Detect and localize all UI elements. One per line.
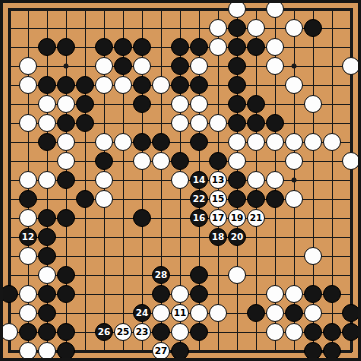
white-stone[interactable] xyxy=(171,114,189,132)
black-stone[interactable] xyxy=(228,114,246,132)
star-point xyxy=(64,64,69,69)
white-stone[interactable] xyxy=(247,171,265,189)
black-stone[interactable] xyxy=(38,285,56,303)
white-stone[interactable] xyxy=(19,171,37,189)
black-stone[interactable] xyxy=(171,152,189,170)
white-stone[interactable] xyxy=(19,247,37,265)
white-stone[interactable] xyxy=(285,76,303,94)
black-stone[interactable] xyxy=(57,76,75,94)
white-stone[interactable] xyxy=(171,323,189,341)
white-stone[interactable]: 27 xyxy=(152,342,170,360)
black-stone[interactable]: 12 xyxy=(19,228,37,246)
black-stone[interactable] xyxy=(342,323,360,341)
white-stone[interactable] xyxy=(38,171,56,189)
white-stone[interactable] xyxy=(38,342,56,360)
black-stone[interactable] xyxy=(228,95,246,113)
white-stone[interactable] xyxy=(114,76,132,94)
move-number-label: 12 xyxy=(22,233,35,242)
grid-line xyxy=(9,256,351,257)
white-stone[interactable] xyxy=(38,114,56,132)
white-stone[interactable]: 23 xyxy=(133,323,151,341)
black-stone[interactable] xyxy=(152,285,170,303)
white-stone[interactable] xyxy=(133,57,151,75)
black-stone[interactable] xyxy=(171,342,189,360)
black-stone[interactable] xyxy=(57,38,75,56)
black-stone[interactable] xyxy=(152,133,170,151)
black-stone[interactable] xyxy=(228,38,246,56)
white-stone[interactable] xyxy=(152,76,170,94)
black-stone[interactable] xyxy=(95,152,113,170)
black-stone[interactable]: 28 xyxy=(152,266,170,284)
white-stone[interactable] xyxy=(152,304,170,322)
white-stone[interactable] xyxy=(304,95,322,113)
white-stone[interactable] xyxy=(285,133,303,151)
white-stone[interactable] xyxy=(266,38,284,56)
move-number-label: 18 xyxy=(212,233,225,242)
black-stone[interactable] xyxy=(133,38,151,56)
black-stone[interactable] xyxy=(95,38,113,56)
black-stone[interactable] xyxy=(38,247,56,265)
white-stone[interactable] xyxy=(38,95,56,113)
white-stone[interactable] xyxy=(304,304,322,322)
white-stone[interactable] xyxy=(266,304,284,322)
white-stone[interactable] xyxy=(285,152,303,170)
black-stone[interactable]: 14 xyxy=(190,171,208,189)
black-stone[interactable] xyxy=(0,285,18,303)
black-stone[interactable] xyxy=(133,133,151,151)
black-stone[interactable] xyxy=(304,342,322,360)
black-stone[interactable] xyxy=(57,323,75,341)
white-stone[interactable] xyxy=(19,342,37,360)
move-number-label: 17 xyxy=(212,214,225,223)
white-stone[interactable] xyxy=(209,19,227,37)
white-stone[interactable] xyxy=(228,133,246,151)
black-stone[interactable] xyxy=(38,38,56,56)
move-number-label: 13 xyxy=(212,176,225,185)
black-stone[interactable] xyxy=(57,266,75,284)
white-stone[interactable] xyxy=(228,152,246,170)
black-stone[interactable] xyxy=(190,38,208,56)
white-stone[interactable] xyxy=(57,152,75,170)
move-number-label: 20 xyxy=(231,233,244,242)
move-number-label: 28 xyxy=(155,271,168,280)
black-stone[interactable] xyxy=(228,76,246,94)
black-stone[interactable] xyxy=(323,323,341,341)
white-stone[interactable] xyxy=(171,171,189,189)
black-stone[interactable] xyxy=(190,266,208,284)
black-stone[interactable] xyxy=(171,38,189,56)
grid-line xyxy=(9,237,351,238)
black-stone[interactable] xyxy=(38,133,56,151)
white-stone[interactable]: 21 xyxy=(247,209,265,227)
black-stone[interactable] xyxy=(247,190,265,208)
move-number-label: 15 xyxy=(212,195,225,204)
black-stone[interactable] xyxy=(133,76,151,94)
black-stone[interactable] xyxy=(266,190,284,208)
move-number-label: 26 xyxy=(98,328,111,337)
black-stone[interactable] xyxy=(38,228,56,246)
white-stone[interactable] xyxy=(19,57,37,75)
black-stone[interactable] xyxy=(228,171,246,189)
white-stone[interactable] xyxy=(266,0,284,18)
white-stone[interactable] xyxy=(38,266,56,284)
black-stone[interactable] xyxy=(57,114,75,132)
white-stone[interactable] xyxy=(209,304,227,322)
black-stone[interactable] xyxy=(76,114,94,132)
white-stone[interactable] xyxy=(133,152,151,170)
white-stone[interactable] xyxy=(266,57,284,75)
white-stone[interactable] xyxy=(285,190,303,208)
black-stone[interactable] xyxy=(209,152,227,170)
white-stone[interactable] xyxy=(190,57,208,75)
move-number-label: 19 xyxy=(231,214,244,223)
black-stone[interactable] xyxy=(190,285,208,303)
white-stone[interactable] xyxy=(57,95,75,113)
black-stone[interactable] xyxy=(38,323,56,341)
move-number-label: 14 xyxy=(193,176,206,185)
white-stone[interactable] xyxy=(228,0,246,18)
black-stone[interactable] xyxy=(152,323,170,341)
white-stone[interactable] xyxy=(266,323,284,341)
white-stone[interactable] xyxy=(95,190,113,208)
black-stone[interactable] xyxy=(323,342,341,360)
black-stone[interactable] xyxy=(76,95,94,113)
move-number-label: 24 xyxy=(136,309,149,318)
move-number-label: 22 xyxy=(193,195,206,204)
white-stone[interactable] xyxy=(247,133,265,151)
white-stone[interactable] xyxy=(323,133,341,151)
black-stone[interactable]: 24 xyxy=(133,304,151,322)
black-stone[interactable] xyxy=(19,323,37,341)
move-number-label: 16 xyxy=(193,214,206,223)
white-stone[interactable] xyxy=(171,285,189,303)
black-stone[interactable] xyxy=(114,38,132,56)
white-stone[interactable] xyxy=(209,114,227,132)
move-number-label: 21 xyxy=(250,214,263,223)
black-stone[interactable] xyxy=(171,76,189,94)
white-stone[interactable] xyxy=(19,285,37,303)
white-stone[interactable] xyxy=(0,323,18,341)
white-stone[interactable] xyxy=(95,133,113,151)
white-stone[interactable]: 19 xyxy=(228,209,246,227)
black-stone[interactable] xyxy=(76,190,94,208)
white-stone[interactable] xyxy=(342,57,360,75)
white-stone[interactable] xyxy=(190,114,208,132)
black-stone[interactable] xyxy=(19,190,37,208)
black-stone[interactable]: 20 xyxy=(228,228,246,246)
white-stone[interactable] xyxy=(304,133,322,151)
black-stone[interactable] xyxy=(228,57,246,75)
black-stone[interactable]: 26 xyxy=(95,323,113,341)
black-stone[interactable] xyxy=(171,57,189,75)
black-stone[interactable] xyxy=(133,95,151,113)
black-stone[interactable] xyxy=(190,76,208,94)
white-stone[interactable] xyxy=(228,266,246,284)
black-stone[interactable] xyxy=(247,304,265,322)
black-stone[interactable] xyxy=(57,171,75,189)
black-stone[interactable] xyxy=(323,285,341,303)
move-number-label: 11 xyxy=(174,309,187,318)
black-stone[interactable] xyxy=(38,76,56,94)
star-point xyxy=(292,178,297,183)
white-stone[interactable] xyxy=(285,323,303,341)
black-stone[interactable]: 18 xyxy=(209,228,227,246)
black-stone[interactable] xyxy=(133,209,151,227)
white-stone[interactable] xyxy=(114,133,132,151)
black-stone[interactable] xyxy=(38,304,56,322)
white-stone[interactable] xyxy=(342,152,360,170)
white-stone[interactable] xyxy=(19,209,37,227)
black-stone[interactable] xyxy=(342,304,360,322)
black-stone[interactable] xyxy=(247,114,265,132)
white-stone[interactable] xyxy=(266,133,284,151)
black-stone[interactable] xyxy=(304,19,322,37)
white-stone[interactable] xyxy=(19,76,37,94)
white-stone[interactable] xyxy=(190,304,208,322)
black-stone[interactable] xyxy=(247,95,265,113)
white-stone[interactable] xyxy=(304,247,322,265)
white-stone[interactable]: 25 xyxy=(114,323,132,341)
black-stone[interactable] xyxy=(76,76,94,94)
black-stone[interactable] xyxy=(190,133,208,151)
white-stone[interactable]: 17 xyxy=(209,209,227,227)
black-stone[interactable] xyxy=(304,323,322,341)
white-stone[interactable] xyxy=(247,19,265,37)
black-stone[interactable] xyxy=(247,38,265,56)
star-point xyxy=(292,64,297,69)
black-stone[interactable] xyxy=(57,209,75,227)
white-stone[interactable] xyxy=(209,38,227,56)
go-board[interactable]: 141322151617192112182028241126252327 xyxy=(0,0,361,361)
black-stone[interactable] xyxy=(57,285,75,303)
black-stone[interactable] xyxy=(266,114,284,132)
black-stone[interactable] xyxy=(190,323,208,341)
black-stone[interactable] xyxy=(114,57,132,75)
white-stone[interactable] xyxy=(190,95,208,113)
black-stone[interactable]: 22 xyxy=(190,190,208,208)
white-stone[interactable] xyxy=(171,95,189,113)
black-stone[interactable] xyxy=(285,304,303,322)
white-stone[interactable] xyxy=(95,76,113,94)
move-number-label: 25 xyxy=(117,328,130,337)
white-stone[interactable] xyxy=(266,171,284,189)
black-stone[interactable] xyxy=(228,190,246,208)
white-stone[interactable] xyxy=(57,133,75,151)
white-stone[interactable] xyxy=(152,152,170,170)
move-number-label: 27 xyxy=(155,347,168,356)
white-stone[interactable] xyxy=(285,285,303,303)
white-stone[interactable]: 15 xyxy=(209,190,227,208)
move-number-label: 23 xyxy=(136,328,149,337)
black-stone[interactable] xyxy=(38,209,56,227)
white-stone[interactable] xyxy=(95,57,113,75)
black-stone[interactable] xyxy=(304,285,322,303)
white-stone[interactable] xyxy=(19,304,37,322)
white-stone[interactable] xyxy=(285,19,303,37)
black-stone[interactable]: 16 xyxy=(190,209,208,227)
white-stone[interactable] xyxy=(95,171,113,189)
black-stone[interactable] xyxy=(228,19,246,37)
white-stone[interactable] xyxy=(266,285,284,303)
black-stone[interactable] xyxy=(57,342,75,360)
white-stone[interactable] xyxy=(19,114,37,132)
white-stone[interactable]: 13 xyxy=(209,171,227,189)
white-stone[interactable]: 11 xyxy=(171,304,189,322)
